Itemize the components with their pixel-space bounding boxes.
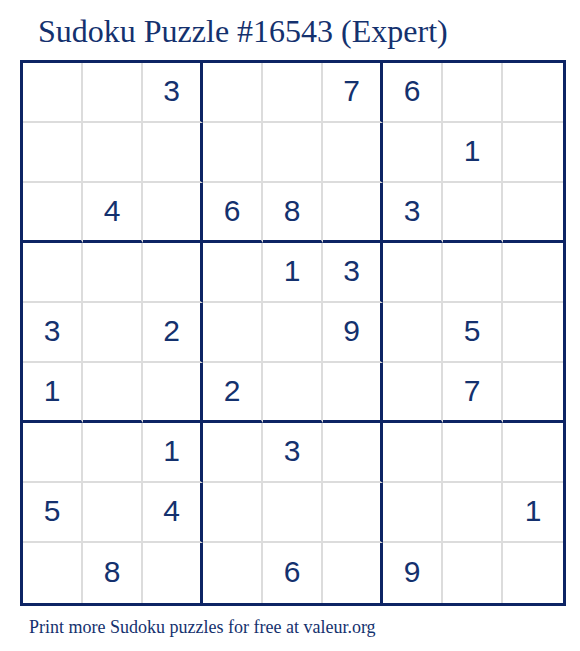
cell-r4c7[interactable]: [383, 243, 443, 303]
cell-r6c7[interactable]: [383, 363, 443, 423]
given-digit: 6: [404, 74, 421, 108]
footer-text: Print more Sudoku puzzles for free at va…: [29, 615, 376, 639]
given-digit: 9: [343, 314, 360, 348]
cell-r8c7[interactable]: [383, 483, 443, 543]
given-digit: 5: [44, 494, 61, 528]
cell-r3c8[interactable]: [443, 183, 503, 243]
cell-r5c9[interactable]: [503, 303, 563, 363]
cell-r3c5[interactable]: 8: [263, 183, 323, 243]
given-digit: 4: [104, 194, 121, 228]
cell-r2c1[interactable]: [23, 123, 83, 183]
cell-r4c5[interactable]: 1: [263, 243, 323, 303]
given-digit: 1: [464, 134, 481, 168]
cell-r5c7[interactable]: [383, 303, 443, 363]
cell-r2c2[interactable]: [83, 123, 143, 183]
cell-r6c8[interactable]: 7: [443, 363, 503, 423]
cell-r4c9[interactable]: [503, 243, 563, 303]
given-digit: 5: [464, 314, 481, 348]
cell-r3c3[interactable]: [143, 183, 203, 243]
cell-r4c1[interactable]: [23, 243, 83, 303]
cell-r3c1[interactable]: [23, 183, 83, 243]
given-digit: 1: [525, 494, 542, 528]
given-digit: 4: [163, 494, 180, 528]
cell-r1c9[interactable]: [503, 63, 563, 123]
given-digit: 8: [104, 555, 121, 589]
cell-r2c3[interactable]: [143, 123, 203, 183]
given-digit: 1: [163, 434, 180, 468]
sudoku-page: Sudoku Puzzle #16543 (Expert) 3761468313…: [0, 0, 580, 651]
cell-r1c3[interactable]: 3: [143, 63, 203, 123]
cell-r3c2[interactable]: 4: [83, 183, 143, 243]
cell-r2c6[interactable]: [323, 123, 383, 183]
cell-r8c4[interactable]: [203, 483, 263, 543]
cell-r8c1[interactable]: 5: [23, 483, 83, 543]
cell-r7c8[interactable]: [443, 423, 503, 483]
given-digit: 7: [343, 74, 360, 108]
cell-r6c2[interactable]: [83, 363, 143, 423]
cell-r3c4[interactable]: 6: [203, 183, 263, 243]
cell-r6c6[interactable]: [323, 363, 383, 423]
given-digit: 1: [44, 374, 61, 408]
cell-r8c6[interactable]: [323, 483, 383, 543]
cell-r7c6[interactable]: [323, 423, 383, 483]
cell-r7c4[interactable]: [203, 423, 263, 483]
cell-r6c9[interactable]: [503, 363, 563, 423]
cell-r4c2[interactable]: [83, 243, 143, 303]
cell-r2c7[interactable]: [383, 123, 443, 183]
cell-r7c2[interactable]: [83, 423, 143, 483]
cell-r8c5[interactable]: [263, 483, 323, 543]
given-digit: 3: [404, 194, 421, 228]
given-digit: 2: [163, 314, 180, 348]
sudoku-board: 3761468313329512713541869: [20, 60, 566, 606]
cell-r6c4[interactable]: 2: [203, 363, 263, 423]
cell-r9c6[interactable]: [323, 543, 383, 603]
cell-r9c2[interactable]: 8: [83, 543, 143, 603]
cell-r5c1[interactable]: 3: [23, 303, 83, 363]
cell-r3c7[interactable]: 3: [383, 183, 443, 243]
cell-r1c8[interactable]: [443, 63, 503, 123]
cell-r5c2[interactable]: [83, 303, 143, 363]
cell-r7c1[interactable]: [23, 423, 83, 483]
cell-r8c2[interactable]: [83, 483, 143, 543]
cell-r1c2[interactable]: [83, 63, 143, 123]
cell-r8c3[interactable]: 4: [143, 483, 203, 543]
given-digit: 1: [284, 254, 301, 288]
cell-r2c5[interactable]: [263, 123, 323, 183]
cell-r7c5[interactable]: 3: [263, 423, 323, 483]
cell-r5c6[interactable]: 9: [323, 303, 383, 363]
cell-r2c8[interactable]: 1: [443, 123, 503, 183]
cell-r6c3[interactable]: [143, 363, 203, 423]
cell-r4c6[interactable]: 3: [323, 243, 383, 303]
cell-r5c8[interactable]: 5: [443, 303, 503, 363]
cell-r9c3[interactable]: [143, 543, 203, 603]
page-title: Sudoku Puzzle #16543 (Expert): [38, 12, 448, 50]
cell-r2c9[interactable]: [503, 123, 563, 183]
given-digit: 6: [224, 194, 241, 228]
cell-r1c4[interactable]: [203, 63, 263, 123]
cell-r5c5[interactable]: [263, 303, 323, 363]
cell-r3c9[interactable]: [503, 183, 563, 243]
given-digit: 8: [284, 194, 301, 228]
cell-r9c8[interactable]: [443, 543, 503, 603]
given-digit: 3: [44, 314, 61, 348]
given-digit: 3: [163, 74, 180, 108]
cell-r7c3[interactable]: 1: [143, 423, 203, 483]
cell-r3c6[interactable]: [323, 183, 383, 243]
given-digit: 3: [284, 434, 301, 468]
cell-r1c7[interactable]: 6: [383, 63, 443, 123]
cell-r6c5[interactable]: [263, 363, 323, 423]
cell-r2c4[interactable]: [203, 123, 263, 183]
cell-r4c3[interactable]: [143, 243, 203, 303]
cell-r9c5[interactable]: 6: [263, 543, 323, 603]
cell-r8c9[interactable]: 1: [503, 483, 563, 543]
given-digit: 3: [343, 254, 360, 288]
cell-r6c1[interactable]: 1: [23, 363, 83, 423]
cell-r9c1[interactable]: [23, 543, 83, 603]
cell-r7c9[interactable]: [503, 423, 563, 483]
cell-r5c3[interactable]: 2: [143, 303, 203, 363]
cell-r8c8[interactable]: [443, 483, 503, 543]
cell-r1c5[interactable]: [263, 63, 323, 123]
cell-r9c4[interactable]: [203, 543, 263, 603]
given-digit: 7: [464, 374, 481, 408]
given-digit: 2: [224, 374, 241, 408]
cell-r7c7[interactable]: [383, 423, 443, 483]
cell-r5c4[interactable]: [203, 303, 263, 363]
given-digit: 6: [284, 555, 301, 589]
cell-r4c4[interactable]: [203, 243, 263, 303]
cell-r1c6[interactable]: 7: [323, 63, 383, 123]
cell-r1c1[interactable]: [23, 63, 83, 123]
cell-r4c8[interactable]: [443, 243, 503, 303]
cell-r9c9[interactable]: [503, 543, 563, 603]
given-digit: 9: [404, 555, 421, 589]
cell-r9c7[interactable]: 9: [383, 543, 443, 603]
